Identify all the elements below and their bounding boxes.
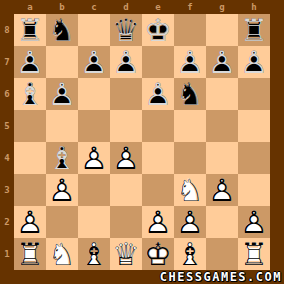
piece-outline-glyph: ♙: [142, 78, 174, 110]
black-queen-piece: ♛♕: [110, 14, 142, 46]
white-bishop-piece: ♝♗: [174, 238, 206, 270]
white-pawn-piece: ♟♙: [174, 206, 206, 238]
square-g1[interactable]: [206, 238, 238, 270]
piece-outline-glyph: ♙: [174, 46, 206, 78]
square-g7[interactable]: ♟♙: [206, 46, 238, 78]
white-pawn-piece: ♟♙: [78, 142, 110, 174]
square-f4[interactable]: [174, 142, 206, 174]
piece-outline-glyph: ♙: [110, 142, 142, 174]
square-c7[interactable]: ♟♙: [78, 46, 110, 78]
square-h2[interactable]: ♟♙: [238, 206, 270, 238]
black-bishop-piece: ♝♗: [14, 78, 46, 110]
chess-board: ♜♖♞♘♛♕♚♔♜♖♟♙♟♙♟♙♟♙♟♙♟♙♝♗♟♙♟♙♞♘♝♗♟♙♟♙♟♙♞♘…: [14, 14, 270, 270]
square-b1[interactable]: ♞♘: [46, 238, 78, 270]
black-pawn-piece: ♟♙: [110, 46, 142, 78]
piece-outline-glyph: ♙: [174, 206, 206, 238]
square-h1[interactable]: ♜♖: [238, 238, 270, 270]
square-a1[interactable]: ♜♖: [14, 238, 46, 270]
piece-outline-glyph: ♘: [46, 238, 78, 270]
square-e1[interactable]: ♚♔: [142, 238, 174, 270]
square-a7[interactable]: ♟♙: [14, 46, 46, 78]
piece-outline-glyph: ♙: [238, 206, 270, 238]
square-b2[interactable]: [46, 206, 78, 238]
rank-label-1: 1: [0, 238, 14, 270]
site-watermark: CHESSGAMES.COM: [160, 271, 282, 283]
square-c4[interactable]: ♟♙: [78, 142, 110, 174]
white-rook-piece: ♜♖: [14, 238, 46, 270]
rank-label-3: 3: [0, 174, 14, 206]
white-pawn-piece: ♟♙: [142, 206, 174, 238]
black-pawn-piece: ♟♙: [78, 46, 110, 78]
piece-outline-glyph: ♙: [14, 46, 46, 78]
square-a2[interactable]: ♟♙: [14, 206, 46, 238]
square-f7[interactable]: ♟♙: [174, 46, 206, 78]
white-pawn-piece: ♟♙: [110, 142, 142, 174]
square-a6[interactable]: ♝♗: [14, 78, 46, 110]
black-bishop-piece: ♝♗: [46, 142, 78, 174]
piece-outline-glyph: ♙: [14, 206, 46, 238]
piece-outline-glyph: ♗: [14, 78, 46, 110]
square-h4[interactable]: [238, 142, 270, 174]
rank-label-5: 5: [0, 110, 14, 142]
piece-outline-glyph: ♙: [46, 78, 78, 110]
piece-outline-glyph: ♗: [46, 142, 78, 174]
square-g2[interactable]: [206, 206, 238, 238]
square-a3[interactable]: [14, 174, 46, 206]
white-queen-piece: ♛♕: [110, 238, 142, 270]
square-c6[interactable]: [78, 78, 110, 110]
square-e4[interactable]: [142, 142, 174, 174]
square-c2[interactable]: [78, 206, 110, 238]
piece-outline-glyph: ♕: [110, 14, 142, 46]
piece-outline-glyph: ♘: [46, 14, 78, 46]
black-pawn-piece: ♟♙: [174, 46, 206, 78]
rank-label-4: 4: [0, 142, 14, 174]
square-c1[interactable]: ♝♗: [78, 238, 110, 270]
black-pawn-piece: ♟♙: [46, 78, 78, 110]
white-pawn-piece: ♟♙: [206, 174, 238, 206]
rank-label-8: 8: [0, 14, 14, 46]
piece-outline-glyph: ♙: [206, 174, 238, 206]
file-label-f: f: [174, 0, 206, 14]
square-e7[interactable]: [142, 46, 174, 78]
square-e8[interactable]: ♚♔: [142, 14, 174, 46]
square-f8[interactable]: [174, 14, 206, 46]
square-d7[interactable]: ♟♙: [110, 46, 142, 78]
square-a5[interactable]: [14, 110, 46, 142]
piece-outline-glyph: ♖: [238, 238, 270, 270]
piece-outline-glyph: ♙: [110, 46, 142, 78]
square-b3[interactable]: ♟♙: [46, 174, 78, 206]
square-b4[interactable]: ♝♗: [46, 142, 78, 174]
white-pawn-piece: ♟♙: [14, 206, 46, 238]
piece-outline-glyph: ♙: [78, 46, 110, 78]
white-knight-piece: ♞♘: [46, 238, 78, 270]
piece-outline-glyph: ♙: [142, 206, 174, 238]
square-a4[interactable]: [14, 142, 46, 174]
piece-outline-glyph: ♗: [78, 238, 110, 270]
square-b8[interactable]: ♞♘: [46, 14, 78, 46]
square-g6[interactable]: [206, 78, 238, 110]
square-b6[interactable]: ♟♙: [46, 78, 78, 110]
white-pawn-piece: ♟♙: [238, 206, 270, 238]
white-rook-piece: ♜♖: [238, 238, 270, 270]
piece-outline-glyph: ♙: [46, 174, 78, 206]
white-bishop-piece: ♝♗: [78, 238, 110, 270]
square-g5[interactable]: [206, 110, 238, 142]
piece-outline-glyph: ♙: [78, 142, 110, 174]
square-f5[interactable]: [174, 110, 206, 142]
square-c3[interactable]: [78, 174, 110, 206]
piece-outline-glyph: ♘: [174, 174, 206, 206]
rank-label-6: 6: [0, 78, 14, 110]
piece-outline-glyph: ♖: [14, 14, 46, 46]
square-g3[interactable]: ♟♙: [206, 174, 238, 206]
piece-outline-glyph: ♙: [206, 46, 238, 78]
square-c5[interactable]: [78, 110, 110, 142]
square-b5[interactable]: [46, 110, 78, 142]
square-d6[interactable]: [110, 78, 142, 110]
piece-outline-glyph: ♔: [142, 14, 174, 46]
square-h7[interactable]: ♟♙: [238, 46, 270, 78]
square-f3[interactable]: ♞♘: [174, 174, 206, 206]
square-e6[interactable]: ♟♙: [142, 78, 174, 110]
piece-outline-glyph: ♔: [142, 238, 174, 270]
square-h8[interactable]: ♜♖: [238, 14, 270, 46]
square-d4[interactable]: ♟♙: [110, 142, 142, 174]
file-label-g: g: [206, 0, 238, 14]
piece-outline-glyph: ♖: [238, 14, 270, 46]
square-d8[interactable]: ♛♕: [110, 14, 142, 46]
black-pawn-piece: ♟♙: [14, 46, 46, 78]
square-e5[interactable]: [142, 110, 174, 142]
white-knight-piece: ♞♘: [174, 174, 206, 206]
square-f6[interactable]: ♞♘: [174, 78, 206, 110]
square-d5[interactable]: [110, 110, 142, 142]
black-knight-piece: ♞♘: [46, 14, 78, 46]
chess-board-frame: abcdefgh 87654321 ♜♖♞♘♛♕♚♔♜♖♟♙♟♙♟♙♟♙♟♙♟♙…: [0, 0, 284, 284]
square-f2[interactable]: ♟♙: [174, 206, 206, 238]
rank-labels: 87654321: [0, 14, 14, 270]
rank-label-2: 2: [0, 206, 14, 238]
white-king-piece: ♚♔: [142, 238, 174, 270]
square-d2[interactable]: [110, 206, 142, 238]
square-d1[interactable]: ♛♕: [110, 238, 142, 270]
black-pawn-piece: ♟♙: [142, 78, 174, 110]
square-h3[interactable]: [238, 174, 270, 206]
piece-outline-glyph: ♖: [14, 238, 46, 270]
square-b7[interactable]: [46, 46, 78, 78]
piece-outline-glyph: ♕: [110, 238, 142, 270]
square-g4[interactable]: [206, 142, 238, 174]
black-rook-piece: ♜♖: [238, 14, 270, 46]
piece-outline-glyph: ♗: [174, 238, 206, 270]
square-a8[interactable]: ♜♖: [14, 14, 46, 46]
square-d3[interactable]: [110, 174, 142, 206]
black-pawn-piece: ♟♙: [238, 46, 270, 78]
square-h5[interactable]: [238, 110, 270, 142]
file-label-c: c: [78, 0, 110, 14]
black-king-piece: ♚♔: [142, 14, 174, 46]
square-h6[interactable]: [238, 78, 270, 110]
black-pawn-piece: ♟♙: [206, 46, 238, 78]
rank-label-7: 7: [0, 46, 14, 78]
square-g8[interactable]: [206, 14, 238, 46]
square-e2[interactable]: ♟♙: [142, 206, 174, 238]
black-knight-piece: ♞♘: [174, 78, 206, 110]
piece-outline-glyph: ♙: [238, 46, 270, 78]
square-f1[interactable]: ♝♗: [174, 238, 206, 270]
white-pawn-piece: ♟♙: [46, 174, 78, 206]
black-rook-piece: ♜♖: [14, 14, 46, 46]
square-e3[interactable]: [142, 174, 174, 206]
square-c8[interactable]: [78, 14, 110, 46]
piece-outline-glyph: ♘: [174, 78, 206, 110]
